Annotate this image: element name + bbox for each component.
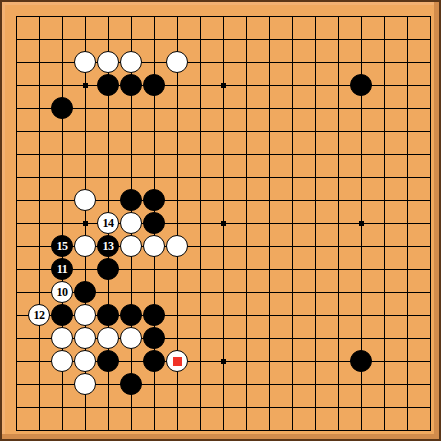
black-stone <box>143 350 165 372</box>
white-stone <box>166 51 188 73</box>
white-stone <box>97 327 119 349</box>
black-stone <box>143 212 165 234</box>
white-stone <box>51 327 73 349</box>
white-stone <box>74 327 96 349</box>
black-stone <box>120 304 142 326</box>
move-stone-13: 13 <box>97 235 119 257</box>
white-stone <box>97 51 119 73</box>
move-stone-14: 14 <box>97 212 119 234</box>
black-stone <box>350 74 372 96</box>
white-stone <box>74 373 96 395</box>
white-stone <box>166 235 188 257</box>
white-stone <box>51 350 73 372</box>
black-stone <box>51 304 73 326</box>
black-stone <box>74 281 96 303</box>
red-square-marker <box>173 357 182 366</box>
black-stone <box>97 74 119 96</box>
move-stone-12: 12 <box>28 304 50 326</box>
white-stone <box>120 235 142 257</box>
move-stone-10: 10 <box>51 281 73 303</box>
move-stone-11: 11 <box>51 258 73 280</box>
white-stone <box>120 212 142 234</box>
white-stone <box>74 350 96 372</box>
star-point <box>83 83 88 88</box>
black-stone <box>51 97 73 119</box>
black-stone <box>120 373 142 395</box>
white-stone <box>74 235 96 257</box>
white-stone <box>143 235 165 257</box>
black-stone <box>120 74 142 96</box>
star-point <box>221 359 226 364</box>
white-stone-marked <box>166 350 188 372</box>
black-stone <box>143 74 165 96</box>
star-point <box>83 221 88 226</box>
black-stone <box>97 350 119 372</box>
white-stone <box>120 327 142 349</box>
go-board: 141513111012 <box>0 0 441 441</box>
go-diagram: 141513111012 <box>0 0 441 441</box>
star-point <box>221 83 226 88</box>
star-point <box>221 221 226 226</box>
black-stone <box>120 189 142 211</box>
white-stone <box>120 51 142 73</box>
black-stone <box>350 350 372 372</box>
black-stone <box>143 304 165 326</box>
white-stone <box>74 51 96 73</box>
white-stone <box>74 189 96 211</box>
move-stone-15: 15 <box>51 235 73 257</box>
black-stone <box>97 304 119 326</box>
star-point <box>359 221 364 226</box>
white-stone <box>74 304 96 326</box>
black-stone <box>143 327 165 349</box>
black-stone <box>143 189 165 211</box>
black-stone <box>97 258 119 280</box>
